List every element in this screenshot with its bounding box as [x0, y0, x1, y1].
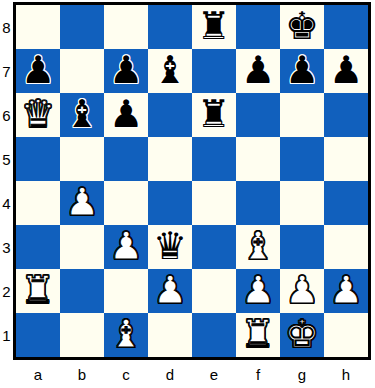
square-a8[interactable] [16, 5, 60, 49]
piece-black-bishop: ♝ [153, 51, 187, 89]
square-e8[interactable]: ♜ [192, 5, 236, 49]
square-f6[interactable] [236, 93, 280, 137]
square-g4[interactable] [280, 181, 324, 225]
piece-black-pawn: ♟ [329, 51, 363, 89]
piece-black-king: ♚ [285, 7, 319, 45]
piece-white-pawn: ♟ [329, 271, 363, 309]
square-b1[interactable] [60, 313, 104, 357]
square-g6[interactable] [280, 93, 324, 137]
piece-black-rook: ♜ [197, 95, 231, 133]
square-c6[interactable]: ♟ [104, 93, 148, 137]
piece-black-pawn: ♟ [21, 51, 55, 89]
piece-black-queen: ♛ [153, 227, 187, 265]
rank-label-2: 2 [0, 269, 13, 313]
square-d6[interactable] [148, 93, 192, 137]
square-g7[interactable]: ♟ [280, 49, 324, 93]
square-d1[interactable] [148, 313, 192, 357]
square-d8[interactable] [148, 5, 192, 49]
square-h3[interactable] [324, 225, 368, 269]
file-label-h: h [324, 360, 368, 388]
square-c3[interactable]: ♟ [104, 225, 148, 269]
square-b3[interactable] [60, 225, 104, 269]
piece-black-pawn: ♟ [109, 95, 143, 133]
square-c8[interactable] [104, 5, 148, 49]
board: ♜♚♟♟♝♟♟♟♛♝♟♜♟♟♛♝♜♟♟♟♟♝♜♚ [16, 5, 368, 357]
piece-black-pawn: ♟ [241, 51, 275, 89]
square-d3[interactable]: ♛ [148, 225, 192, 269]
square-d2[interactable]: ♟ [148, 269, 192, 313]
square-a7[interactable]: ♟ [16, 49, 60, 93]
square-h2[interactable]: ♟ [324, 269, 368, 313]
square-g3[interactable] [280, 225, 324, 269]
piece-white-queen: ♛ [21, 95, 55, 133]
square-e1[interactable] [192, 313, 236, 357]
square-e7[interactable] [192, 49, 236, 93]
square-b4[interactable]: ♟ [60, 181, 104, 225]
square-d7[interactable]: ♝ [148, 49, 192, 93]
square-e5[interactable] [192, 137, 236, 181]
file-label-g: g [280, 360, 324, 388]
square-f1[interactable]: ♜ [236, 313, 280, 357]
piece-white-pawn: ♟ [109, 227, 143, 265]
rank-label-6: 6 [0, 93, 13, 137]
chess-board-diagram: 87654321 ♜♚♟♟♝♟♟♟♛♝♟♜♟♟♛♝♜♟♟♟♟♝♜♚ abcdef… [0, 0, 375, 388]
square-c2[interactable] [104, 269, 148, 313]
rank-label-7: 7 [0, 49, 13, 93]
square-e6[interactable]: ♜ [192, 93, 236, 137]
rank-label-8: 8 [0, 5, 13, 49]
file-label-e: e [192, 360, 236, 388]
file-label-a: a [16, 360, 60, 388]
square-f2[interactable]: ♟ [236, 269, 280, 313]
square-h4[interactable] [324, 181, 368, 225]
square-b8[interactable] [60, 5, 104, 49]
file-label-f: f [236, 360, 280, 388]
square-a2[interactable]: ♜ [16, 269, 60, 313]
piece-black-pawn: ♟ [285, 51, 319, 89]
piece-white-pawn: ♟ [153, 271, 187, 309]
piece-white-bishop: ♝ [109, 315, 143, 353]
rank-label-4: 4 [0, 181, 13, 225]
square-f4[interactable] [236, 181, 280, 225]
piece-black-bishop: ♝ [65, 95, 99, 133]
square-a4[interactable] [16, 181, 60, 225]
rank-label-1: 1 [0, 313, 13, 357]
piece-black-pawn: ♟ [109, 51, 143, 89]
rank-label-3: 3 [0, 225, 13, 269]
square-d4[interactable] [148, 181, 192, 225]
square-e2[interactable] [192, 269, 236, 313]
square-b2[interactable] [60, 269, 104, 313]
square-c7[interactable]: ♟ [104, 49, 148, 93]
square-g8[interactable]: ♚ [280, 5, 324, 49]
square-b6[interactable]: ♝ [60, 93, 104, 137]
rank-labels: 87654321 [0, 5, 13, 357]
piece-white-king: ♚ [285, 315, 319, 353]
piece-black-rook: ♜ [197, 7, 231, 45]
square-b5[interactable] [60, 137, 104, 181]
square-g2[interactable]: ♟ [280, 269, 324, 313]
square-a5[interactable] [16, 137, 60, 181]
piece-white-pawn: ♟ [285, 271, 319, 309]
square-f7[interactable]: ♟ [236, 49, 280, 93]
square-f5[interactable] [236, 137, 280, 181]
file-label-c: c [104, 360, 148, 388]
square-h6[interactable] [324, 93, 368, 137]
square-g1[interactable]: ♚ [280, 313, 324, 357]
square-a3[interactable] [16, 225, 60, 269]
rank-label-5: 5 [0, 137, 13, 181]
file-labels: abcdefgh [16, 360, 368, 388]
square-g5[interactable] [280, 137, 324, 181]
square-h1[interactable] [324, 313, 368, 357]
square-a1[interactable] [16, 313, 60, 357]
square-e3[interactable] [192, 225, 236, 269]
square-c1[interactable]: ♝ [104, 313, 148, 357]
piece-white-pawn: ♟ [65, 183, 99, 221]
square-b7[interactable] [60, 49, 104, 93]
piece-white-rook: ♜ [21, 271, 55, 309]
piece-white-rook: ♜ [241, 315, 275, 353]
square-c5[interactable] [104, 137, 148, 181]
square-d5[interactable] [148, 137, 192, 181]
square-f8[interactable] [236, 5, 280, 49]
square-a6[interactable]: ♛ [16, 93, 60, 137]
board-frame: ♜♚♟♟♝♟♟♟♛♝♟♜♟♟♛♝♜♟♟♟♟♝♜♚ [13, 2, 371, 360]
file-label-b: b [60, 360, 104, 388]
piece-white-pawn: ♟ [241, 271, 275, 309]
file-label-d: d [148, 360, 192, 388]
square-f3[interactable]: ♝ [236, 225, 280, 269]
square-e4[interactable] [192, 181, 236, 225]
square-h7[interactable]: ♟ [324, 49, 368, 93]
square-h8[interactable] [324, 5, 368, 49]
piece-white-bishop: ♝ [241, 227, 275, 265]
square-h5[interactable] [324, 137, 368, 181]
square-c4[interactable] [104, 181, 148, 225]
